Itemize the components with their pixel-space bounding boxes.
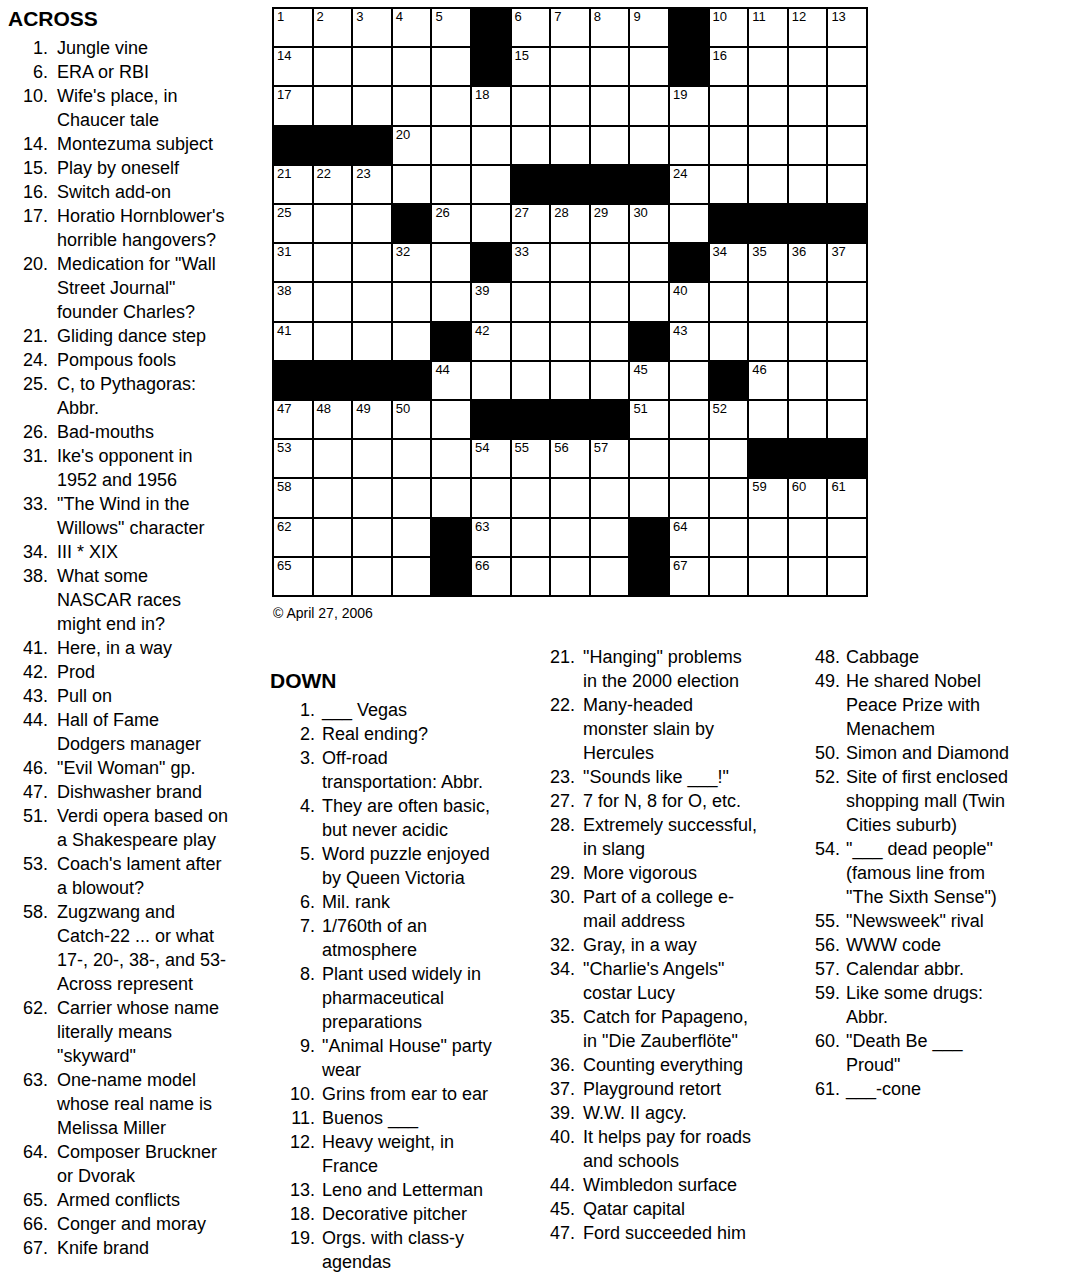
cell-number: 66 bbox=[475, 559, 489, 573]
grid-cell[interactable]: 21 bbox=[274, 166, 312, 203]
grid-cell[interactable] bbox=[432, 87, 470, 124]
cell-number: 16 bbox=[713, 49, 727, 63]
clue-38: 38.What someNASCAR racesmight end in? bbox=[8, 564, 270, 636]
grid-cell[interactable] bbox=[591, 558, 629, 595]
grid-cell[interactable] bbox=[710, 283, 748, 320]
grid-cell[interactable] bbox=[828, 48, 866, 85]
grid-cell[interactable]: 61 bbox=[828, 479, 866, 516]
grid-cell[interactable] bbox=[353, 479, 391, 516]
grid-cell[interactable] bbox=[393, 519, 431, 556]
clue-39: 39.W.W. II agcy. bbox=[545, 1101, 805, 1125]
grid-cell[interactable] bbox=[472, 205, 510, 242]
grid-cell[interactable]: 33 bbox=[512, 244, 550, 281]
grid-cell[interactable] bbox=[749, 166, 787, 203]
clue-number: 51. bbox=[8, 804, 48, 852]
clue-42: 42.Prod bbox=[8, 660, 270, 684]
grid-cell[interactable]: 26 bbox=[432, 205, 470, 242]
clue-number: 19. bbox=[270, 1226, 315, 1274]
clue-text: Pull on bbox=[57, 684, 112, 708]
grid-cell[interactable] bbox=[393, 166, 431, 203]
clue-text: Here, in a way bbox=[57, 636, 172, 660]
clue-number: 31. bbox=[8, 444, 48, 492]
grid-cell[interactable]: 31 bbox=[274, 244, 312, 281]
grid-cell[interactable] bbox=[551, 519, 589, 556]
clue-8: 8.Plant used widely inpharmaceuticalprep… bbox=[270, 962, 538, 1034]
grid-cell[interactable] bbox=[670, 479, 708, 516]
grid-cell[interactable] bbox=[828, 323, 866, 360]
copyright: © April 27, 2006 bbox=[273, 604, 373, 622]
cell-number: 29 bbox=[594, 206, 608, 220]
down-clues-column-2: 21."Hanging" problemsin the 2000 electio… bbox=[545, 645, 805, 1245]
grid-cell[interactable] bbox=[789, 166, 827, 203]
cell-number: 61 bbox=[831, 480, 845, 494]
grid-cell[interactable]: 37 bbox=[828, 244, 866, 281]
clue-number: 32. bbox=[545, 933, 575, 957]
clue-text: Mil. rank bbox=[322, 890, 390, 914]
grid-cell[interactable] bbox=[512, 479, 550, 516]
grid-cell[interactable]: 63 bbox=[472, 519, 510, 556]
clue-22: 22.Many-headedmonster slain byHercules bbox=[545, 693, 805, 765]
grid-cell[interactable] bbox=[710, 479, 748, 516]
grid-cell[interactable]: 5 bbox=[432, 9, 470, 46]
grid-cell[interactable] bbox=[828, 166, 866, 203]
block-cell bbox=[314, 127, 352, 164]
grid-cell[interactable] bbox=[828, 362, 866, 399]
clue-text: ERA or RBI bbox=[57, 60, 149, 84]
clue-1: 1.___ Vegas bbox=[270, 698, 538, 722]
grid-cell[interactable] bbox=[512, 519, 550, 556]
grid-cell[interactable] bbox=[314, 87, 352, 124]
grid-cell[interactable] bbox=[789, 323, 827, 360]
cell-number: 38 bbox=[277, 284, 291, 298]
grid-cell[interactable]: 19 bbox=[670, 87, 708, 124]
clue-55: 55."Newsweek" rival bbox=[810, 909, 1066, 933]
grid-cell[interactable]: 44 bbox=[432, 362, 470, 399]
grid-cell[interactable] bbox=[828, 87, 866, 124]
grid-cell[interactable]: 66 bbox=[472, 558, 510, 595]
grid-cell[interactable] bbox=[749, 558, 787, 595]
block-cell bbox=[432, 558, 470, 595]
grid-cell[interactable]: 32 bbox=[393, 244, 431, 281]
grid-cell[interactable] bbox=[591, 362, 629, 399]
clue-number: 2. bbox=[270, 722, 315, 746]
clue-64: 64.Composer Bruckneror Dvorak bbox=[8, 1140, 270, 1188]
grid-cell[interactable] bbox=[789, 87, 827, 124]
grid-cell[interactable] bbox=[551, 558, 589, 595]
grid-cell[interactable]: 43 bbox=[670, 323, 708, 360]
clue-50: 50.Simon and Diamond bbox=[810, 741, 1066, 765]
cell-number: 26 bbox=[435, 206, 449, 220]
clue-7: 7.1/760th of anatmosphere bbox=[270, 914, 538, 962]
grid-cell[interactable]: 67 bbox=[670, 558, 708, 595]
cell-number: 9 bbox=[633, 10, 640, 24]
grid-cell[interactable] bbox=[314, 244, 352, 281]
grid-cell[interactable] bbox=[789, 519, 827, 556]
clue-number: 20. bbox=[8, 252, 48, 324]
grid-cell[interactable] bbox=[393, 323, 431, 360]
grid-cell[interactable] bbox=[710, 323, 748, 360]
grid-cell[interactable] bbox=[393, 440, 431, 477]
clue-number: 29. bbox=[545, 861, 575, 885]
cell-number: 8 bbox=[594, 10, 601, 24]
grid-cell[interactable] bbox=[630, 440, 668, 477]
grid-cell[interactable]: 24 bbox=[670, 166, 708, 203]
clue-10: 10.Wife's place, inChaucer tale bbox=[8, 84, 270, 132]
grid-cell[interactable] bbox=[393, 87, 431, 124]
block-cell bbox=[789, 205, 827, 242]
grid-cell[interactable] bbox=[393, 558, 431, 595]
grid-cell[interactable]: 27 bbox=[512, 205, 550, 242]
grid-cell[interactable] bbox=[591, 87, 629, 124]
clue-33: 33."The Wind in theWillows" character bbox=[8, 492, 270, 540]
grid-cell[interactable]: 52 bbox=[710, 401, 748, 438]
clue-text: W.W. II agcy. bbox=[583, 1101, 687, 1125]
block-cell bbox=[670, 48, 708, 85]
grid-cell[interactable]: 23 bbox=[353, 166, 391, 203]
clue-text: Wife's place, inChaucer tale bbox=[57, 84, 177, 132]
grid-cell[interactable]: 39 bbox=[472, 283, 510, 320]
clue-number: 57. bbox=[810, 957, 840, 981]
grid-cell[interactable] bbox=[393, 479, 431, 516]
grid-cell[interactable] bbox=[353, 87, 391, 124]
cell-number: 59 bbox=[752, 480, 766, 494]
grid-cell[interactable] bbox=[551, 362, 589, 399]
grid-cell[interactable] bbox=[432, 440, 470, 477]
grid-cell[interactable]: 34 bbox=[710, 244, 748, 281]
clue-number: 67. bbox=[8, 1236, 48, 1260]
grid-cell[interactable] bbox=[670, 362, 708, 399]
grid-cell[interactable] bbox=[432, 166, 470, 203]
grid-cell[interactable] bbox=[512, 87, 550, 124]
grid-cell[interactable] bbox=[314, 519, 352, 556]
clue-text: Jungle vine bbox=[57, 36, 148, 60]
grid-cell[interactable]: 8 bbox=[591, 9, 629, 46]
grid-cell[interactable] bbox=[789, 127, 827, 164]
grid-cell[interactable] bbox=[512, 283, 550, 320]
cell-number: 65 bbox=[277, 559, 291, 573]
clue-52: 52.Site of first enclosedshopping mall (… bbox=[810, 765, 1066, 837]
grid-cell[interactable]: 49 bbox=[353, 401, 391, 438]
grid-cell[interactable]: 16 bbox=[710, 48, 748, 85]
grid-cell[interactable] bbox=[630, 127, 668, 164]
grid-cell[interactable]: 10 bbox=[710, 9, 748, 46]
cell-number: 23 bbox=[356, 167, 370, 181]
grid-cell[interactable]: 22 bbox=[314, 166, 352, 203]
block-cell bbox=[749, 205, 787, 242]
grid-cell[interactable] bbox=[670, 127, 708, 164]
cell-number: 20 bbox=[396, 128, 410, 142]
clue-number: 66. bbox=[8, 1212, 48, 1236]
grid-cell[interactable]: 62 bbox=[274, 519, 312, 556]
grid-cell[interactable] bbox=[432, 479, 470, 516]
grid-cell[interactable] bbox=[353, 519, 391, 556]
grid-cell[interactable] bbox=[828, 558, 866, 595]
grid-cell[interactable]: 64 bbox=[670, 519, 708, 556]
grid-cell[interactable]: 57 bbox=[591, 440, 629, 477]
clue-number: 47. bbox=[8, 780, 48, 804]
grid-cell[interactable] bbox=[512, 323, 550, 360]
grid-cell[interactable]: 40 bbox=[670, 283, 708, 320]
grid-cell[interactable] bbox=[551, 244, 589, 281]
clue-number: 41. bbox=[8, 636, 48, 660]
clue-2: 2.Real ending? bbox=[270, 722, 538, 746]
grid-cell[interactable]: 45 bbox=[630, 362, 668, 399]
clue-4: 4.They are often basic,but never acidic bbox=[270, 794, 538, 842]
down-clue-list-1: 1.___ Vegas2.Real ending?3.Off-roadtrans… bbox=[270, 698, 538, 1274]
grid-cell[interactable]: 50 bbox=[393, 401, 431, 438]
grid-cell[interactable]: 2 bbox=[314, 9, 352, 46]
grid-cell[interactable] bbox=[432, 283, 470, 320]
grid-cell[interactable] bbox=[591, 244, 629, 281]
grid-cell[interactable] bbox=[393, 48, 431, 85]
cell-number: 40 bbox=[673, 284, 687, 298]
clue-text: Extremely successful,in slang bbox=[583, 813, 757, 861]
grid-cell[interactable]: 48 bbox=[314, 401, 352, 438]
grid-cell[interactable] bbox=[749, 519, 787, 556]
cell-number: 44 bbox=[435, 363, 449, 377]
grid-cell[interactable]: 4 bbox=[393, 9, 431, 46]
grid-cell[interactable]: 54 bbox=[472, 440, 510, 477]
grid-cell[interactable] bbox=[551, 283, 589, 320]
clue-11: 11.Buenos ___ bbox=[270, 1106, 538, 1130]
block-cell bbox=[472, 48, 510, 85]
grid-cell[interactable]: 28 bbox=[551, 205, 589, 242]
clue-6: 6.ERA or RBI bbox=[8, 60, 270, 84]
grid-cell[interactable]: 29 bbox=[591, 205, 629, 242]
clue-56: 56.WWW code bbox=[810, 933, 1066, 957]
grid-cell[interactable] bbox=[828, 401, 866, 438]
grid-cell[interactable] bbox=[472, 479, 510, 516]
grid-cell[interactable]: 1 bbox=[274, 9, 312, 46]
grid-cell[interactable] bbox=[472, 362, 510, 399]
grid-cell[interactable]: 41 bbox=[274, 323, 312, 360]
grid-cell[interactable]: 25 bbox=[274, 205, 312, 242]
clue-51: 51.Verdi opera based ona Shakespeare pla… bbox=[8, 804, 270, 852]
grid-cell[interactable]: 13 bbox=[828, 9, 866, 46]
grid-cell[interactable] bbox=[670, 401, 708, 438]
grid-cell[interactable] bbox=[630, 244, 668, 281]
grid-cell[interactable] bbox=[749, 401, 787, 438]
grid-cell[interactable] bbox=[749, 323, 787, 360]
grid-cell[interactable]: 17 bbox=[274, 87, 312, 124]
grid-cell[interactable] bbox=[353, 323, 391, 360]
grid-cell[interactable] bbox=[591, 519, 629, 556]
cell-number: 46 bbox=[752, 363, 766, 377]
grid-cell[interactable] bbox=[630, 87, 668, 124]
clue-16: 16.Switch add-on bbox=[8, 180, 270, 204]
grid-cell[interactable]: 38 bbox=[274, 283, 312, 320]
grid-cell[interactable]: 56 bbox=[551, 440, 589, 477]
grid-cell[interactable] bbox=[432, 48, 470, 85]
grid-cell[interactable] bbox=[749, 48, 787, 85]
clue-number: 22. bbox=[545, 693, 575, 765]
grid-cell[interactable] bbox=[512, 127, 550, 164]
clue-32: 32.Gray, in a way bbox=[545, 933, 805, 957]
clue-text: Catch for Papageno,in "Die Zauberflöte" bbox=[583, 1005, 748, 1053]
clue-text: Montezuma subject bbox=[57, 132, 213, 156]
grid-cell[interactable] bbox=[353, 440, 391, 477]
grid-cell[interactable]: 53 bbox=[274, 440, 312, 477]
grid-cell[interactable]: 35 bbox=[749, 244, 787, 281]
clue-36: 36.Counting everything bbox=[545, 1053, 805, 1077]
grid-cell[interactable]: 46 bbox=[749, 362, 787, 399]
grid-cell[interactable]: 3 bbox=[353, 9, 391, 46]
grid-cell[interactable] bbox=[789, 401, 827, 438]
clue-number: 5. bbox=[270, 842, 315, 890]
grid-cell[interactable] bbox=[591, 479, 629, 516]
grid-cell[interactable] bbox=[710, 127, 748, 164]
grid-cell[interactable] bbox=[314, 283, 352, 320]
grid-cell[interactable] bbox=[393, 283, 431, 320]
grid-cell[interactable] bbox=[432, 244, 470, 281]
grid-cell[interactable] bbox=[314, 205, 352, 242]
down-clue-list-3: 48.Cabbage49.He shared NobelPeace Prize … bbox=[810, 645, 1066, 1101]
grid-cell[interactable] bbox=[749, 127, 787, 164]
grid-cell[interactable]: 60 bbox=[789, 479, 827, 516]
grid-cell[interactable] bbox=[314, 440, 352, 477]
grid-cell[interactable] bbox=[789, 283, 827, 320]
grid-cell[interactable] bbox=[749, 283, 787, 320]
clue-14: 14.Montezuma subject bbox=[8, 132, 270, 156]
grid-cell[interactable]: 14 bbox=[274, 48, 312, 85]
clue-number: 40. bbox=[545, 1125, 575, 1173]
grid-cell[interactable]: 20 bbox=[393, 127, 431, 164]
grid-cell[interactable] bbox=[710, 440, 748, 477]
clue-54: 54."___ dead people"(famous line from"Th… bbox=[810, 837, 1066, 909]
across-header: ACROSS bbox=[8, 6, 270, 32]
block-cell bbox=[472, 9, 510, 46]
grid-cell[interactable] bbox=[710, 558, 748, 595]
grid-cell[interactable]: 55 bbox=[512, 440, 550, 477]
grid-cell[interactable] bbox=[353, 205, 391, 242]
grid-cell[interactable] bbox=[828, 519, 866, 556]
clue-text: Buenos ___ bbox=[322, 1106, 418, 1130]
clue-text: Playground retort bbox=[583, 1077, 721, 1101]
block-cell bbox=[630, 323, 668, 360]
clue-text: Plant used widely inpharmaceuticalprepar… bbox=[322, 962, 481, 1034]
clue-text: Verdi opera based ona Shakespeare play bbox=[57, 804, 228, 852]
grid-cell[interactable] bbox=[353, 48, 391, 85]
grid-cell[interactable] bbox=[512, 362, 550, 399]
clue-number: 1. bbox=[8, 36, 48, 60]
grid-cell[interactable] bbox=[314, 323, 352, 360]
grid-cell[interactable]: 58 bbox=[274, 479, 312, 516]
grid-cell[interactable] bbox=[353, 244, 391, 281]
grid-cell[interactable] bbox=[472, 166, 510, 203]
grid-cell[interactable]: 6 bbox=[512, 9, 550, 46]
grid-cell[interactable] bbox=[630, 479, 668, 516]
grid-cell[interactable]: 15 bbox=[512, 48, 550, 85]
clue-number: 44. bbox=[8, 708, 48, 756]
grid-cell[interactable]: 42 bbox=[472, 323, 510, 360]
grid-cell[interactable]: 30 bbox=[630, 205, 668, 242]
clue-text: "Hanging" problemsin the 2000 election bbox=[583, 645, 742, 693]
grid-cell[interactable] bbox=[314, 479, 352, 516]
cell-number: 32 bbox=[396, 245, 410, 259]
clue-number: 10. bbox=[270, 1082, 315, 1106]
clue-text: Decorative pitcher bbox=[322, 1202, 467, 1226]
grid-cell[interactable] bbox=[710, 166, 748, 203]
block-cell bbox=[353, 362, 391, 399]
grid-cell[interactable] bbox=[789, 558, 827, 595]
grid-cell[interactable] bbox=[630, 283, 668, 320]
grid-cell[interactable]: 9 bbox=[630, 9, 668, 46]
grid-cell[interactable] bbox=[670, 440, 708, 477]
cell-number: 41 bbox=[277, 324, 291, 338]
clue-text: Ike's opponent in1952 and 1956 bbox=[57, 444, 193, 492]
clue-29: 29.More vigorous bbox=[545, 861, 805, 885]
grid-cell[interactable]: 12 bbox=[789, 9, 827, 46]
grid-cell[interactable]: 18 bbox=[472, 87, 510, 124]
grid-cell[interactable]: 51 bbox=[630, 401, 668, 438]
grid-cell[interactable] bbox=[749, 87, 787, 124]
grid-cell[interactable] bbox=[591, 127, 629, 164]
grid-cell[interactable] bbox=[828, 283, 866, 320]
grid-cell[interactable] bbox=[314, 48, 352, 85]
grid-cell[interactable] bbox=[591, 48, 629, 85]
clue-number: 26. bbox=[8, 420, 48, 444]
grid-cell[interactable] bbox=[710, 519, 748, 556]
grid-cell[interactable] bbox=[670, 205, 708, 242]
grid-cell[interactable] bbox=[710, 87, 748, 124]
grid-cell[interactable] bbox=[314, 558, 352, 595]
grid-cell[interactable] bbox=[432, 401, 470, 438]
grid-cell[interactable] bbox=[512, 558, 550, 595]
clue-37: 37.Playground retort bbox=[545, 1077, 805, 1101]
grid-cell[interactable] bbox=[551, 127, 589, 164]
grid-cell[interactable] bbox=[789, 48, 827, 85]
clue-21: 21.Gliding dance step bbox=[8, 324, 270, 348]
grid-cell[interactable] bbox=[630, 48, 668, 85]
cell-number: 3 bbox=[356, 10, 363, 24]
clue-65: 65.Armed conflicts bbox=[8, 1188, 270, 1212]
grid-cell[interactable] bbox=[828, 127, 866, 164]
clue-60: 60."Death Be ___Proud" bbox=[810, 1029, 1066, 1077]
grid-cell[interactable] bbox=[551, 479, 589, 516]
clue-text: "Evil Woman" gp. bbox=[57, 756, 196, 780]
block-cell bbox=[512, 166, 550, 203]
cell-number: 51 bbox=[633, 402, 647, 416]
clue-40: 40.It helps pay for roadsand schools bbox=[545, 1125, 805, 1173]
clue-text: Grins from ear to ear bbox=[322, 1082, 488, 1106]
grid-cell[interactable]: 47 bbox=[274, 401, 312, 438]
crossword-grid: 1234567891011121314151617181920212223242… bbox=[272, 7, 868, 597]
clue-number: 21. bbox=[8, 324, 48, 348]
grid-cell[interactable] bbox=[353, 558, 391, 595]
clue-43: 43.Pull on bbox=[8, 684, 270, 708]
grid-cell[interactable] bbox=[472, 127, 510, 164]
clue-23: 23."Sounds like ___!" bbox=[545, 765, 805, 789]
clue-text: One-name modelwhose real name isMelissa … bbox=[57, 1068, 212, 1140]
grid-cell[interactable] bbox=[353, 283, 391, 320]
clue-text: They are often basic,but never acidic bbox=[322, 794, 490, 842]
clue-30: 30.Part of a college e-mail address bbox=[545, 885, 805, 933]
grid-cell[interactable]: 36 bbox=[789, 244, 827, 281]
clue-49: 49.He shared NobelPeace Prize withMenach… bbox=[810, 669, 1066, 741]
grid-cell[interactable] bbox=[591, 283, 629, 320]
grid-cell[interactable]: 65 bbox=[274, 558, 312, 595]
clue-number: 50. bbox=[810, 741, 840, 765]
grid-cell[interactable] bbox=[551, 87, 589, 124]
grid-cell[interactable]: 11 bbox=[749, 9, 787, 46]
grid-cell[interactable] bbox=[591, 323, 629, 360]
grid-cell[interactable] bbox=[789, 362, 827, 399]
grid-cell[interactable]: 7 bbox=[551, 9, 589, 46]
grid-cell[interactable]: 59 bbox=[749, 479, 787, 516]
grid-cell[interactable] bbox=[432, 127, 470, 164]
grid-cell[interactable] bbox=[551, 323, 589, 360]
grid-cell[interactable] bbox=[551, 48, 589, 85]
